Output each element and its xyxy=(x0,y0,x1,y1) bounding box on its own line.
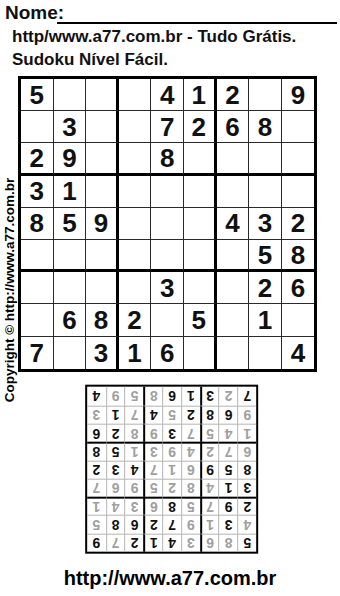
cell-r3c7[interactable] xyxy=(217,143,250,175)
cell-r7c9[interactable]: 6 xyxy=(282,272,315,304)
cell-r9c6[interactable] xyxy=(184,337,217,369)
solution-cell-r8c3: 8 xyxy=(200,405,219,423)
cell-r4c2[interactable]: 1 xyxy=(54,176,87,208)
cell-r6c4[interactable] xyxy=(119,240,152,272)
solution-cell-r3c7: 3 xyxy=(125,497,144,515)
solution-cell-r4c8: 6 xyxy=(106,478,125,496)
level-title: Sudoku Nível Fácil. xyxy=(12,50,168,70)
cell-r2c9[interactable] xyxy=(282,111,315,143)
cell-r5c5[interactable] xyxy=(151,208,184,240)
solution-cell-r5c1: 8 xyxy=(237,460,256,478)
solution-cell-r7c5: 3 xyxy=(162,424,181,442)
cell-r1c8[interactable] xyxy=(249,79,282,111)
solution-cell-r2c5: 7 xyxy=(162,515,181,533)
solution-cell-r3c6: 6 xyxy=(143,497,162,515)
solution-cell-r7c6: 9 xyxy=(143,424,162,442)
cell-r8c8[interactable]: 1 xyxy=(249,304,282,336)
cell-r7c2[interactable] xyxy=(54,272,87,304)
solution-cell-r9c5: 6 xyxy=(162,387,181,405)
cell-r5c9[interactable]: 2 xyxy=(282,208,315,240)
cell-r7c3[interactable] xyxy=(86,272,119,304)
solution-cell-r2c9: 5 xyxy=(87,515,106,533)
cell-r4c9[interactable] xyxy=(282,176,315,208)
cell-r1c9[interactable]: 9 xyxy=(282,79,315,111)
solution-cell-r5c2: 5 xyxy=(219,460,238,478)
cell-r3c2[interactable]: 9 xyxy=(54,143,87,175)
solution-cell-r3c9: 1 xyxy=(87,497,106,515)
solution-cell-r4c6: 5 xyxy=(143,478,162,496)
solution-cell-r6c7: 1 xyxy=(125,442,144,460)
solution-cell-r7c2: 4 xyxy=(219,424,238,442)
solution-cell-r6c1: 6 xyxy=(237,442,256,460)
cell-r3c6[interactable] xyxy=(184,143,217,175)
solution-cell-r3c8: 4 xyxy=(106,497,125,515)
solution-cell-r9c8: 9 xyxy=(106,387,125,405)
solution-cell-r4c9: 7 xyxy=(87,478,106,496)
cell-r3c8[interactable] xyxy=(249,143,282,175)
solution-cell-r8c8: 1 xyxy=(106,405,125,423)
solution-cell-r1c6: 1 xyxy=(143,533,162,551)
solution-cell-r7c4: 7 xyxy=(181,424,200,442)
cell-r9c1[interactable]: 7 xyxy=(21,337,54,369)
cell-r8c3[interactable]: 8 xyxy=(86,304,119,336)
solution-cell-r7c8: 2 xyxy=(106,424,125,442)
cell-r5c8[interactable]: 3 xyxy=(249,208,282,240)
solution-cell-r5c3: 9 xyxy=(200,460,219,478)
site-subtitle: http/www.a77.com.br - Tudo Grátis. xyxy=(12,27,296,47)
solution-cell-r5c4: 6 xyxy=(181,460,200,478)
cell-r4c7[interactable] xyxy=(217,176,250,208)
solution-cell-r8c6: 4 xyxy=(143,405,162,423)
sudoku-grid: 541293726829831859432583266825173164 xyxy=(18,76,317,372)
cell-r5c6[interactable] xyxy=(184,208,217,240)
solution-cell-r8c4: 2 xyxy=(181,405,200,423)
cell-r8c4[interactable]: 2 xyxy=(119,304,152,336)
cell-r1c2[interactable] xyxy=(54,79,87,111)
solution-cell-r1c7: 2 xyxy=(125,533,144,551)
cell-r4c8[interactable] xyxy=(249,176,282,208)
solution-cell-r6c2: 7 xyxy=(219,442,238,460)
name-label: Nome: xyxy=(5,2,64,24)
solution-cell-r9c3: 3 xyxy=(200,387,219,405)
solution-cell-r4c5: 2 xyxy=(162,478,181,496)
cell-r4c3[interactable] xyxy=(86,176,119,208)
cell-r9c9[interactable]: 4 xyxy=(282,337,315,369)
cell-r3c5[interactable]: 8 xyxy=(151,143,184,175)
solution-cell-r9c6: 8 xyxy=(143,387,162,405)
solution-cell-r2c2: 3 xyxy=(219,515,238,533)
solution-cell-r9c2: 2 xyxy=(219,387,238,405)
solution-cell-r1c8: 7 xyxy=(106,533,125,551)
solution-cell-r1c5: 4 xyxy=(162,533,181,551)
solution-cell-r5c9: 2 xyxy=(87,460,106,478)
solution-cell-r5c7: 4 xyxy=(125,460,144,478)
page: Nome: http/www.a77.com.br - Tudo Grátis.… xyxy=(0,0,340,596)
cell-r1c1[interactable]: 5 xyxy=(21,79,54,111)
solution-cell-r1c1: 5 xyxy=(237,533,256,551)
cell-r7c7[interactable] xyxy=(217,272,250,304)
cell-r6c7[interactable] xyxy=(217,240,250,272)
cell-r5c7[interactable]: 4 xyxy=(217,208,250,240)
solution-cell-r3c1: 2 xyxy=(237,497,256,515)
solution-cell-r5c8: 3 xyxy=(106,460,125,478)
solution-cell-r8c2: 6 xyxy=(219,405,238,423)
cell-r1c4[interactable] xyxy=(119,79,152,111)
cell-r5c1[interactable]: 8 xyxy=(21,208,54,240)
solution-cell-r6c5: 9 xyxy=(162,442,181,460)
cell-r8c6[interactable]: 5 xyxy=(184,304,217,336)
solution-cell-r7c1: 1 xyxy=(237,424,256,442)
cell-r7c4[interactable] xyxy=(119,272,152,304)
solution-cell-r3c5: 8 xyxy=(162,497,181,515)
cell-r1c6[interactable]: 1 xyxy=(184,79,217,111)
cell-r7c1[interactable] xyxy=(21,272,54,304)
footer-url: http://www.a77.com.br xyxy=(0,567,340,590)
solution-cell-r6c4: 4 xyxy=(181,442,200,460)
cell-r4c1[interactable]: 3 xyxy=(21,176,54,208)
solution-cell-r7c9: 6 xyxy=(87,424,106,442)
cell-r6c5[interactable] xyxy=(151,240,184,272)
cell-r6c8[interactable]: 5 xyxy=(249,240,282,272)
cell-r7c8[interactable]: 2 xyxy=(249,272,282,304)
cell-r6c9[interactable]: 8 xyxy=(282,240,315,272)
cell-r8c9[interactable] xyxy=(282,304,315,336)
solution-cell-r9c1: 7 xyxy=(237,387,256,405)
cell-r6c3[interactable] xyxy=(86,240,119,272)
cell-r6c1[interactable] xyxy=(21,240,54,272)
cell-r9c3[interactable]: 3 xyxy=(86,337,119,369)
solution-cell-r9c9: 4 xyxy=(87,387,106,405)
solution-cell-r6c9: 8 xyxy=(87,442,106,460)
cell-r5c2[interactable]: 5 xyxy=(54,208,87,240)
solution-cell-r2c3: 1 xyxy=(200,515,219,533)
cell-r6c6[interactable] xyxy=(184,240,217,272)
solution-cell-r1c9: 9 xyxy=(87,533,106,551)
solution-cell-r2c8: 8 xyxy=(106,515,125,533)
cell-r7c5[interactable]: 3 xyxy=(151,272,184,304)
solution-cell-r8c5: 5 xyxy=(162,405,181,423)
cell-r2c2[interactable]: 3 xyxy=(54,111,87,143)
cell-r4c5[interactable] xyxy=(151,176,184,208)
solution-cell-r2c4: 9 xyxy=(181,515,200,533)
cell-r9c4[interactable]: 1 xyxy=(119,337,152,369)
solution-cell-r1c2: 8 xyxy=(219,533,238,551)
solution-cell-r6c8: 5 xyxy=(106,442,125,460)
cell-r9c2[interactable] xyxy=(54,337,87,369)
cell-r6c2[interactable] xyxy=(54,240,87,272)
cell-r8c2[interactable]: 6 xyxy=(54,304,87,336)
solution-cell-r5c5: 1 xyxy=(162,460,181,478)
cell-r2c7[interactable]: 6 xyxy=(217,111,250,143)
solution-cell-r3c4: 5 xyxy=(181,497,200,515)
solution-cell-r7c7: 8 xyxy=(125,424,144,442)
cell-r9c7[interactable] xyxy=(217,337,250,369)
cell-r4c4[interactable] xyxy=(119,176,152,208)
cell-r2c5[interactable]: 7 xyxy=(151,111,184,143)
solution-cell-r6c6: 3 xyxy=(143,442,162,460)
cell-r2c6[interactable]: 2 xyxy=(184,111,217,143)
solution-cell-r2c6: 2 xyxy=(143,515,162,533)
solution-cell-r4c2: 1 xyxy=(219,478,238,496)
cell-r1c3[interactable] xyxy=(86,79,119,111)
solution-cell-r8c1: 9 xyxy=(237,405,256,423)
cell-r3c1[interactable]: 2 xyxy=(21,143,54,175)
cell-r9c5[interactable]: 6 xyxy=(151,337,184,369)
cell-r2c8[interactable]: 8 xyxy=(249,111,282,143)
solution-cell-r8c7: 7 xyxy=(125,405,144,423)
solution-cell-r7c3: 5 xyxy=(200,424,219,442)
solution-cell-r8c9: 3 xyxy=(87,405,106,423)
cell-r3c3[interactable] xyxy=(86,143,119,175)
cell-r2c3[interactable] xyxy=(86,111,119,143)
solution-cell-r2c1: 4 xyxy=(237,515,256,533)
solution-cell-r4c7: 9 xyxy=(125,478,144,496)
solution-cell-r9c7: 5 xyxy=(125,387,144,405)
cell-r3c9[interactable] xyxy=(282,143,315,175)
cell-r8c7[interactable] xyxy=(217,304,250,336)
solution-cell-r1c3: 6 xyxy=(200,533,219,551)
solution-cell-r9c4: 1 xyxy=(181,387,200,405)
cell-r3c4[interactable] xyxy=(119,143,152,175)
name-underline[interactable] xyxy=(57,1,337,24)
cell-r7c6[interactable] xyxy=(184,272,217,304)
solution-cell-r6c3: 2 xyxy=(200,442,219,460)
cell-r4c6[interactable] xyxy=(184,176,217,208)
solution-cell-r4c1: 3 xyxy=(237,478,256,496)
solution-cell-r3c2: 9 xyxy=(219,497,238,515)
cell-r8c1[interactable] xyxy=(21,304,54,336)
solution-cell-r1c4: 3 xyxy=(181,533,200,551)
cell-r2c1[interactable] xyxy=(21,111,54,143)
cell-r2c4[interactable] xyxy=(119,111,152,143)
copyright-vertical: Copyright © http://www.a77.com.br xyxy=(2,178,17,403)
solution-cell-r3c3: 7 xyxy=(200,497,219,515)
solution-grid: 5863412794319726852975863413148259678596… xyxy=(85,385,258,554)
cell-r5c4[interactable] xyxy=(119,208,152,240)
cell-r8c5[interactable] xyxy=(151,304,184,336)
solution-cell-r2c7: 6 xyxy=(125,515,144,533)
cell-r1c7[interactable]: 2 xyxy=(217,79,250,111)
solution-cell-r4c3: 4 xyxy=(200,478,219,496)
solution-cell-r5c6: 7 xyxy=(143,460,162,478)
solution-cell-r4c4: 8 xyxy=(181,478,200,496)
cell-r5c3[interactable]: 9 xyxy=(86,208,119,240)
cell-r1c5[interactable]: 4 xyxy=(151,79,184,111)
cell-r9c8[interactable] xyxy=(249,337,282,369)
